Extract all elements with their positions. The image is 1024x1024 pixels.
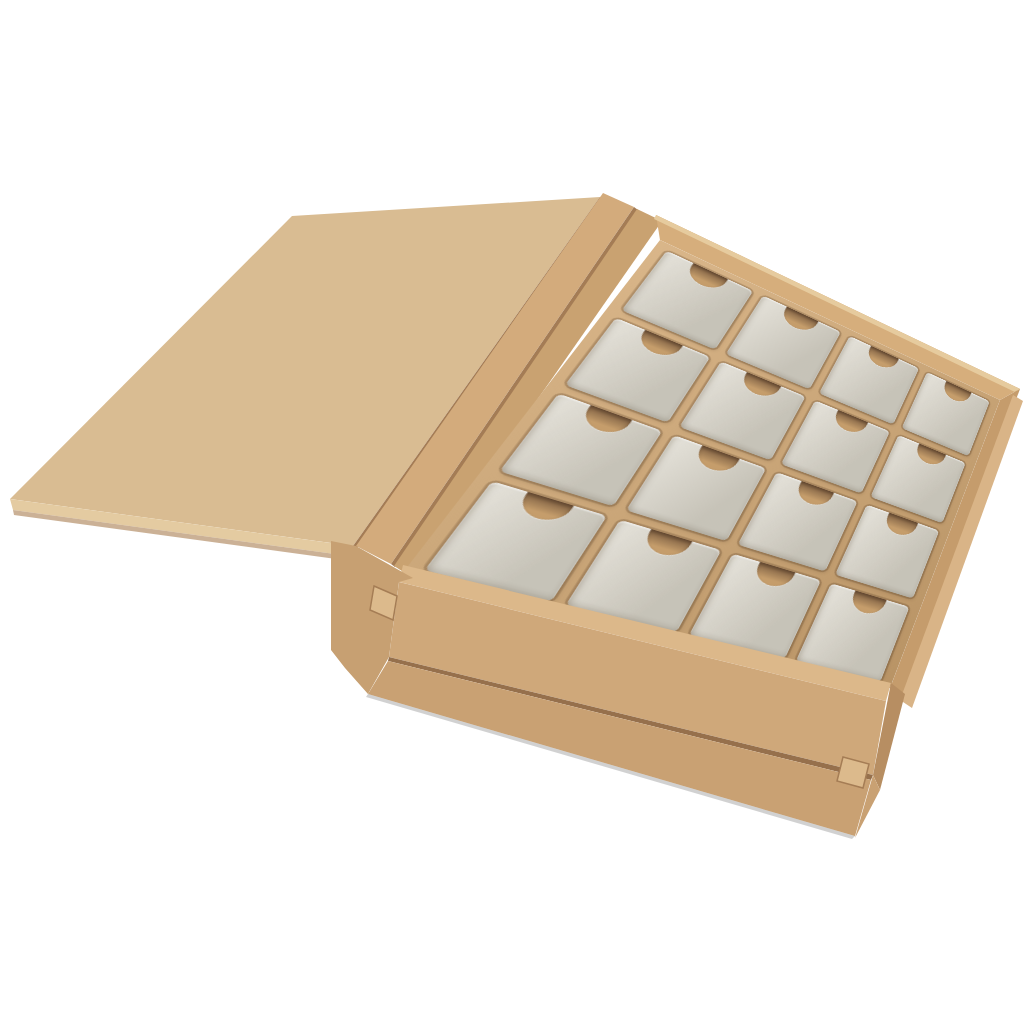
box-front-shell (0, 0, 1024, 1024)
product-photo-scene (0, 0, 1024, 1024)
